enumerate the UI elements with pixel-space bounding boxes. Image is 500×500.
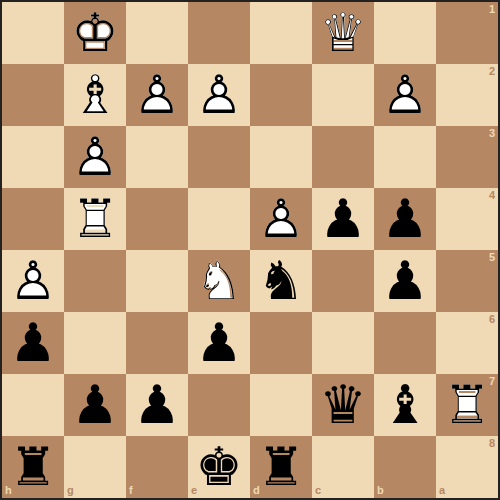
square-b2[interactable]: ♟♙	[374, 64, 436, 126]
file-label-f: f	[129, 485, 133, 496]
white-bishop[interactable]: ♝♗	[64, 64, 126, 126]
square-f1[interactable]	[126, 2, 188, 64]
black-bishop-glyph: ♝	[374, 374, 436, 436]
square-d1[interactable]	[250, 2, 312, 64]
chess-board-frame: ♚♔♛♕1♝♗♟♙♟♙♟♙2♟♙3♜♖♟♙♟♟4♟♙♞♘♞♟5♟♟6♟♟♛♝7♜…	[0, 0, 500, 500]
white-pawn-outline: ♙	[374, 64, 436, 126]
white-rook[interactable]: ♜♖	[436, 374, 498, 436]
black-rook[interactable]: ♜	[2, 436, 64, 498]
square-g6[interactable]	[64, 312, 126, 374]
white-pawn[interactable]: ♟♙	[64, 126, 126, 188]
square-h6[interactable]: ♟	[2, 312, 64, 374]
square-a2[interactable]: 2	[436, 64, 498, 126]
rank-label-2: 2	[489, 66, 495, 77]
square-c8[interactable]: c	[312, 436, 374, 498]
black-rook-glyph: ♜	[250, 436, 312, 498]
square-c6[interactable]	[312, 312, 374, 374]
square-f6[interactable]	[126, 312, 188, 374]
black-pawn[interactable]: ♟	[126, 374, 188, 436]
square-d8[interactable]: d♜	[250, 436, 312, 498]
square-f4[interactable]	[126, 188, 188, 250]
square-c2[interactable]	[312, 64, 374, 126]
black-king-glyph: ♚	[188, 436, 250, 498]
black-pawn-glyph: ♟	[64, 374, 126, 436]
square-d2[interactable]	[250, 64, 312, 126]
square-a1[interactable]: 1	[436, 2, 498, 64]
white-knight-outline: ♘	[188, 250, 250, 312]
square-d6[interactable]	[250, 312, 312, 374]
black-pawn-glyph: ♟	[126, 374, 188, 436]
file-label-b: b	[377, 485, 384, 496]
square-e3[interactable]	[188, 126, 250, 188]
white-pawn-outline: ♙	[2, 250, 64, 312]
rank-label-1: 1	[489, 4, 495, 15]
square-e4[interactable]	[188, 188, 250, 250]
black-pawn[interactable]: ♟	[188, 312, 250, 374]
file-label-c: c	[315, 485, 321, 496]
black-queen-glyph: ♛	[312, 374, 374, 436]
square-f7[interactable]: ♟	[126, 374, 188, 436]
black-bishop[interactable]: ♝	[374, 374, 436, 436]
white-rook-outline: ♖	[64, 188, 126, 250]
square-b7[interactable]: ♝	[374, 374, 436, 436]
white-rook-outline: ♖	[436, 374, 498, 436]
white-pawn-outline: ♙	[126, 64, 188, 126]
white-pawn-outline: ♙	[250, 188, 312, 250]
square-d7[interactable]	[250, 374, 312, 436]
white-king-outline: ♔	[64, 2, 126, 64]
file-label-a: a	[439, 485, 445, 496]
square-b3[interactable]	[374, 126, 436, 188]
square-g7[interactable]: ♟	[64, 374, 126, 436]
black-pawn-glyph: ♟	[374, 250, 436, 312]
black-king[interactable]: ♚	[188, 436, 250, 498]
white-pawn[interactable]: ♟♙	[2, 250, 64, 312]
black-rook-glyph: ♜	[2, 436, 64, 498]
square-a3[interactable]: 3	[436, 126, 498, 188]
rank-label-8: 8	[489, 438, 495, 449]
square-e2[interactable]: ♟♙	[188, 64, 250, 126]
square-a4[interactable]: 4	[436, 188, 498, 250]
square-c1[interactable]: ♛♕	[312, 2, 374, 64]
white-pawn[interactable]: ♟♙	[250, 188, 312, 250]
square-d4[interactable]: ♟♙	[250, 188, 312, 250]
square-e6[interactable]: ♟	[188, 312, 250, 374]
rank-label-4: 4	[489, 190, 495, 201]
white-king[interactable]: ♚♔	[64, 2, 126, 64]
black-pawn[interactable]: ♟	[312, 188, 374, 250]
square-h1[interactable]	[2, 2, 64, 64]
white-pawn[interactable]: ♟♙	[126, 64, 188, 126]
square-b5[interactable]: ♟	[374, 250, 436, 312]
square-b1[interactable]	[374, 2, 436, 64]
white-pawn[interactable]: ♟♙	[188, 64, 250, 126]
rank-label-5: 5	[489, 252, 495, 263]
square-e8[interactable]: e♚	[188, 436, 250, 498]
square-f8[interactable]: f	[126, 436, 188, 498]
black-pawn-glyph: ♟	[374, 188, 436, 250]
square-d5[interactable]: ♞	[250, 250, 312, 312]
square-e7[interactable]	[188, 374, 250, 436]
square-c7[interactable]: ♛	[312, 374, 374, 436]
square-f2[interactable]: ♟♙	[126, 64, 188, 126]
square-e1[interactable]	[188, 2, 250, 64]
square-g2[interactable]: ♝♗	[64, 64, 126, 126]
white-queen[interactable]: ♛♕	[312, 2, 374, 64]
square-h7[interactable]	[2, 374, 64, 436]
black-pawn-glyph: ♟	[188, 312, 250, 374]
black-knight[interactable]: ♞	[250, 250, 312, 312]
square-c4[interactable]: ♟	[312, 188, 374, 250]
black-knight-glyph: ♞	[250, 250, 312, 312]
black-pawn[interactable]: ♟	[64, 374, 126, 436]
white-rook[interactable]: ♜♖	[64, 188, 126, 250]
square-g8[interactable]: g	[64, 436, 126, 498]
rank-label-6: 6	[489, 314, 495, 325]
square-h5[interactable]: ♟♙	[2, 250, 64, 312]
square-c5[interactable]	[312, 250, 374, 312]
square-b4[interactable]: ♟	[374, 188, 436, 250]
square-b8[interactable]: b	[374, 436, 436, 498]
file-label-g: g	[67, 485, 74, 496]
black-rook[interactable]: ♜	[250, 436, 312, 498]
white-pawn-outline: ♙	[64, 126, 126, 188]
square-c3[interactable]	[312, 126, 374, 188]
square-g4[interactable]: ♜♖	[64, 188, 126, 250]
square-f3[interactable]	[126, 126, 188, 188]
white-knight[interactable]: ♞♘	[188, 250, 250, 312]
chess-board: ♚♔♛♕1♝♗♟♙♟♙♟♙2♟♙3♜♖♟♙♟♟4♟♙♞♘♞♟5♟♟6♟♟♛♝7♜…	[2, 2, 498, 498]
square-h4[interactable]	[2, 188, 64, 250]
square-b6[interactable]	[374, 312, 436, 374]
square-g3[interactable]: ♟♙	[64, 126, 126, 188]
square-h2[interactable]	[2, 64, 64, 126]
square-a5[interactable]: 5	[436, 250, 498, 312]
square-g5[interactable]	[64, 250, 126, 312]
white-pawn[interactable]: ♟♙	[374, 64, 436, 126]
square-a6[interactable]: 6	[436, 312, 498, 374]
black-pawn-glyph: ♟	[2, 312, 64, 374]
black-pawn[interactable]: ♟	[374, 250, 436, 312]
square-g1[interactable]: ♚♔	[64, 2, 126, 64]
square-h3[interactable]	[2, 126, 64, 188]
white-pawn-outline: ♙	[188, 64, 250, 126]
square-e5[interactable]: ♞♘	[188, 250, 250, 312]
black-pawn-glyph: ♟	[312, 188, 374, 250]
black-pawn[interactable]: ♟	[2, 312, 64, 374]
square-a8[interactable]: 8a	[436, 436, 498, 498]
black-pawn[interactable]: ♟	[374, 188, 436, 250]
black-queen[interactable]: ♛	[312, 374, 374, 436]
white-queen-outline: ♕	[312, 2, 374, 64]
white-bishop-outline: ♗	[64, 64, 126, 126]
square-d3[interactable]	[250, 126, 312, 188]
square-h8[interactable]: h♜	[2, 436, 64, 498]
rank-label-3: 3	[489, 128, 495, 139]
square-f5[interactable]	[126, 250, 188, 312]
square-a7[interactable]: 7♜♖	[436, 374, 498, 436]
